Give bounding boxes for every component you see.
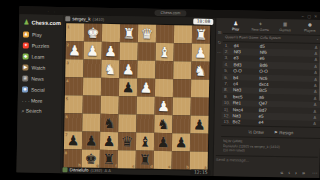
opponent-name[interactable]: sergey_k (72, 16, 90, 21)
player-name[interactable]: Danielufo (70, 167, 89, 172)
move-figurine-icon: ♙ (313, 89, 317, 94)
move-list: 1.d4d5♙2.Nf3Nf6♙3.e3e6♙4.Bd3Bd6♙5.O-OO-O… (221, 42, 320, 127)
move-nav: « ‹ › » ⋯ (220, 167, 317, 177)
white-move[interactable]: Bd3 (233, 62, 259, 67)
move-figurine-icon: ♙ (314, 44, 318, 49)
learn-icon: ◆ (23, 53, 29, 59)
square-h2[interactable]: 2♟ (66, 41, 84, 59)
white-pawn[interactable]: ♟ (192, 44, 210, 62)
tab-label: Players (304, 29, 316, 33)
move-figurine-icon: ♙ (313, 121, 317, 126)
white-move[interactable]: bxc5 (233, 94, 259, 99)
window-controls[interactable]: – ▢ ✕ (302, 13, 319, 18)
black-pawn[interactable]: ♟ (100, 132, 118, 150)
black-move[interactable]: Bd6 (259, 63, 285, 68)
draw-button[interactable]: ½ Draw (248, 129, 264, 134)
square-f1[interactable] (102, 24, 120, 42)
square-f2[interactable]: ♟ (102, 42, 120, 60)
move-figurine-icon: ♙ (313, 96, 317, 101)
rank-label: 4 (66, 78, 68, 83)
sidebar-item-learn[interactable]: ◆Learn (19, 50, 63, 62)
play-icon: ♟ (23, 31, 29, 37)
panel-tabs: ♟Play+New Game≣Games☻Players (223, 18, 320, 36)
square-h7[interactable]: 7♟ (64, 131, 82, 149)
move-number: 11. (224, 107, 233, 112)
square-g3[interactable] (83, 60, 101, 78)
browser-tab[interactable]: Chess.com (154, 10, 186, 17)
move-figurine-icon: ♙ (313, 115, 317, 120)
sidebar-item-label: Learn (32, 53, 45, 59)
black-pawn[interactable]: ♟ (154, 133, 172, 151)
white-move[interactable]: c4 (233, 81, 259, 86)
play-icon: ♟ (233, 20, 238, 26)
square-f4[interactable] (101, 78, 119, 96)
chesscom-logo[interactable]: ♟ Chess.com (19, 14, 63, 29)
square-g2[interactable]: ♟ (84, 42, 102, 60)
sidebar-item-label: Puzzles (32, 42, 50, 48)
square-e3[interactable]: ♟ (119, 60, 137, 78)
square-b8[interactable]: b (172, 151, 190, 169)
black-knight[interactable]: ♞ (100, 114, 118, 132)
square-b5[interactable] (173, 97, 191, 115)
tab-label: Games (279, 28, 290, 32)
social-icon: ☻ (22, 86, 28, 92)
opponent-rating: (1410) (93, 17, 105, 22)
move-figurine-icon: ♙ (313, 102, 317, 107)
square-h3[interactable]: 3 (65, 59, 83, 77)
white-pawn[interactable]: ♟ (155, 97, 173, 115)
sidebar-item-news[interactable]: ≣News (18, 72, 62, 84)
square-a2[interactable]: ♟ (192, 44, 210, 62)
captured-pieces: ♙ ♙ (104, 168, 111, 173)
move-number: 1. (225, 43, 234, 48)
move-figurine-icon: ♙ (313, 108, 317, 113)
square-c4[interactable] (155, 79, 173, 97)
black-move[interactable]: d5 (260, 43, 286, 48)
square-c6[interactable]: ♞ (154, 115, 172, 133)
square-g1[interactable]: ♚ (84, 24, 102, 42)
black-move[interactable]: a6 (259, 95, 285, 100)
move-figurine-icon: ♙ (314, 76, 318, 81)
watch-icon: ▶ (22, 64, 28, 70)
black-pawn[interactable]: ♟ (190, 116, 208, 134)
square-g6[interactable] (82, 114, 100, 132)
file-label: b (186, 164, 189, 169)
white-pawn[interactable]: ♟ (102, 42, 120, 60)
white-move[interactable]: e3 (234, 56, 260, 61)
square-g8[interactable]: g♚ (82, 150, 100, 168)
square-e5[interactable] (119, 96, 137, 114)
white-queen[interactable]: ♛ (138, 25, 156, 43)
browser-window: · · Chess.com – ▢ ✕ ♟ Chess.com ♟Play✦Pu… (16, 6, 320, 178)
rank-label: 5 (66, 96, 68, 101)
square-d5[interactable] (137, 97, 155, 115)
white-rook[interactable]: ♜ (192, 26, 210, 44)
white-knight[interactable]: ♞ (101, 60, 119, 78)
black-move[interactable]: Nc6 (259, 75, 285, 80)
square-d6[interactable] (136, 115, 154, 133)
square-b6[interactable] (172, 115, 190, 133)
square-e4[interactable]: ♟ (119, 78, 137, 96)
rank-label: 8 (65, 150, 67, 155)
square-b3[interactable] (173, 61, 191, 79)
sidebar-item-social[interactable]: ☻Social (18, 83, 62, 95)
square-d3[interactable] (137, 61, 155, 79)
rank-label: 2 (67, 42, 69, 47)
chat-area: NEW GAMEDanielufo (1392) vs sergey_k (14… (221, 137, 320, 155)
black-move[interactable]: e6 (260, 56, 286, 61)
tab-play[interactable]: ♟Play (223, 18, 248, 33)
player-clock: 12:15 (191, 169, 211, 175)
square-d2[interactable] (138, 43, 156, 61)
square-e6[interactable] (118, 114, 136, 132)
sidebar-item-label: Play (32, 31, 42, 37)
square-c2[interactable]: ♝ (156, 43, 174, 61)
game-panel: ⊞↻⋯ ♟Play+New Game≣Games☻Players Queen's… (212, 18, 320, 178)
white-move[interactable]: Re1 (233, 100, 259, 105)
rank-label: 6 (65, 114, 67, 119)
black-move[interactable]: e5 (259, 114, 285, 119)
chess-board[interactable]: 1♚♜♛♜2♟♟♟♝♟3♞♟♞4♟♟5♟6♞♞♟7♟♟♟♛♝♟♟8hg♚f♜ed… (63, 22, 212, 171)
square-d7[interactable]: ♝ (136, 133, 154, 151)
square-h4[interactable]: 4 (65, 77, 83, 95)
board-control-icon[interactable]: ⊞ (217, 30, 222, 35)
players-icon: ☻ (307, 22, 313, 28)
white-move[interactable]: Bc2 (232, 120, 258, 125)
board-control-icon[interactable]: ⋯ (217, 50, 222, 55)
square-f5[interactable] (101, 96, 119, 114)
move-number: 13. (223, 119, 232, 124)
white-move[interactable]: b4 (233, 75, 259, 80)
black-move[interactable]: e4 (258, 120, 284, 125)
black-knight[interactable]: ♞ (154, 115, 172, 133)
logo-text: Chess.com (31, 19, 60, 26)
chat-line: (10 min rated) (223, 148, 318, 154)
move-figurine-icon: ♙ (314, 57, 318, 62)
square-h8[interactable]: 8h (64, 149, 82, 167)
square-d8[interactable]: d♜ (136, 151, 154, 169)
black-pawn[interactable]: ♟ (82, 132, 100, 150)
tab-label: New Game (251, 28, 269, 32)
move-figurine-icon: ♙ (314, 51, 318, 56)
move-number: 2. (225, 49, 234, 54)
square-d1[interactable]: ♛ (138, 25, 156, 43)
white-pawn[interactable]: ♟ (119, 60, 137, 78)
rank-label: 1 (67, 24, 69, 29)
square-h5[interactable]: 5 (65, 95, 83, 113)
rank-label: 7 (65, 132, 67, 137)
black-pawn[interactable]: ♟ (172, 133, 190, 151)
square-f8[interactable]: f♜ (100, 150, 118, 168)
black-move[interactable]: O-O (259, 69, 285, 74)
white-move[interactable]: Nxc4 (233, 107, 259, 112)
square-e2[interactable] (120, 42, 138, 60)
black-move[interactable]: Nf6 (260, 50, 286, 55)
white-move[interactable]: Na3 (233, 88, 259, 93)
file-label: a (204, 164, 206, 169)
opponent-clock: 10:08 (194, 18, 214, 24)
news-icon: ≣ (22, 75, 28, 81)
white-move[interactable]: Nf3 (234, 49, 260, 54)
tab-label: Play (232, 27, 239, 31)
board-settings-strip[interactable]: ⊞↻⋯ (217, 30, 222, 55)
move-number: 10. (224, 100, 233, 105)
black-move[interactable]: Qe7 (259, 101, 285, 106)
opening-name: Queen's Pawn Game: Colle System (225, 34, 281, 42)
message-input[interactable]: Send a message... (216, 155, 318, 165)
white-pawn[interactable]: ♟ (137, 79, 155, 97)
move-number: 8. (224, 88, 233, 93)
chevron-down-icon: ⌄ (316, 36, 319, 43)
square-f6[interactable]: ♞ (100, 114, 118, 132)
tab-players[interactable]: ☻Players (297, 19, 320, 34)
sidebar-item-more[interactable]: · · · More (18, 94, 62, 106)
move-number: 5. (224, 68, 233, 73)
move-number: 9. (224, 94, 233, 99)
logo-pawn-icon: ♟ (23, 18, 29, 25)
player-avatar[interactable] (63, 167, 68, 172)
move-number: 6. (224, 75, 233, 80)
white-knight[interactable]: ♞ (191, 62, 209, 80)
white-bishop[interactable]: ♝ (156, 43, 174, 61)
resign-button[interactable]: ⚑ Resign (274, 130, 293, 135)
square-e8[interactable]: e (118, 150, 136, 168)
white-pawn[interactable]: ♟ (84, 42, 102, 60)
move-number: 3. (225, 56, 234, 61)
square-f7[interactable]: ♟ (100, 132, 118, 150)
black-move[interactable]: Bc5 (259, 88, 285, 93)
square-g5[interactable] (83, 96, 101, 114)
file-label: e (132, 163, 134, 168)
more-options-icon[interactable]: ⋯ (312, 170, 318, 176)
new-game-icon: + (259, 21, 262, 27)
black-bishop[interactable]: ♝ (136, 133, 154, 151)
file-label: c (168, 164, 170, 169)
move-figurine-icon: ♙ (313, 83, 317, 88)
square-c7[interactable]: ♟ (154, 133, 172, 151)
move-number: 12. (224, 113, 233, 118)
square-f3[interactable]: ♞ (101, 60, 119, 78)
board-area: sergey_k (1410) 10:08 1♚♜♛♜2♟♟♟♝♟3♞♟♞4♟♟… (60, 15, 215, 176)
square-b2[interactable] (174, 43, 192, 61)
square-d4[interactable]: ♟ (137, 79, 155, 97)
file-label: d (150, 163, 153, 168)
square-a6[interactable]: ♟ (190, 116, 208, 134)
sidebar-item-play[interactable]: ♟Play (19, 28, 63, 40)
black-move[interactable]: Bd7 (259, 107, 285, 112)
white-rook[interactable]: ♜ (120, 24, 138, 42)
white-move[interactable]: O-O (233, 69, 259, 74)
sidebar-item-puzzles[interactable]: ✦Puzzles (19, 39, 63, 51)
first-move-button[interactable]: « (280, 169, 283, 175)
rank-label: 3 (66, 60, 68, 65)
move-number: 7. (224, 81, 233, 86)
square-c8[interactable]: c (154, 151, 172, 169)
square-e7[interactable]: ♛ (118, 132, 136, 150)
sidebar-item-label: News (31, 75, 44, 81)
prev-move-button[interactable]: ‹ (288, 169, 290, 175)
square-h6[interactable]: 6 (64, 113, 82, 131)
square-b1[interactable] (174, 25, 192, 43)
file-label: g (96, 162, 99, 167)
move-number: 4. (224, 62, 233, 67)
square-c3[interactable] (155, 61, 173, 79)
white-king[interactable]: ♚ (84, 24, 102, 42)
sidebar-item-search[interactable]: ⌕ Search (18, 105, 62, 117)
last-move-button[interactable]: » (302, 170, 305, 176)
square-e1[interactable]: ♜ (120, 24, 138, 42)
file-label: f (115, 163, 116, 168)
sidebar-item-label: Social (31, 86, 45, 92)
tab-games[interactable]: ≣Games (273, 19, 298, 34)
black-queen[interactable]: ♛ (118, 132, 136, 150)
black-move[interactable]: dxc4 (259, 82, 285, 87)
sidebar-item-watch[interactable]: ▶Watch (18, 61, 62, 73)
square-h1[interactable]: 1 (66, 23, 84, 41)
square-a4[interactable] (191, 80, 209, 98)
white-move[interactable]: d4 (234, 43, 260, 48)
file-label: h (78, 162, 81, 167)
player-rating: (1392) (91, 168, 103, 173)
square-b7[interactable]: ♟ (172, 133, 190, 151)
browser-nav-icons[interactable]: · · (47, 8, 57, 13)
move-figurine-icon: ♙ (314, 64, 318, 69)
sidebar-item-label: Watch (31, 64, 45, 70)
square-c1[interactable] (156, 25, 174, 43)
square-g4[interactable] (83, 78, 101, 96)
move-figurine-icon: ♙ (314, 70, 318, 75)
games-icon: ≣ (283, 21, 288, 27)
square-b4[interactable] (173, 79, 191, 97)
next-move-button[interactable]: › (295, 169, 297, 175)
square-a5[interactable] (191, 98, 209, 116)
opponent-avatar[interactable] (65, 16, 70, 21)
square-a8[interactable]: a (190, 152, 208, 170)
square-a7[interactable] (190, 134, 208, 152)
black-pawn[interactable]: ♟ (119, 78, 137, 96)
square-g7[interactable]: ♟ (82, 132, 100, 150)
square-c5[interactable]: ♟ (155, 97, 173, 115)
board-control-icon[interactable]: ↻ (217, 40, 222, 45)
sidebar: ♟ Chess.com ♟Play✦Puzzles◆Learn▶Watch≣Ne… (16, 14, 64, 173)
tab-new-game[interactable]: +New Game (248, 19, 273, 34)
puzzles-icon: ✦ (23, 42, 29, 48)
square-a1[interactable]: ♜ (192, 26, 210, 44)
white-move[interactable]: Na3 (233, 113, 259, 118)
square-a3[interactable]: ♞ (191, 62, 209, 80)
